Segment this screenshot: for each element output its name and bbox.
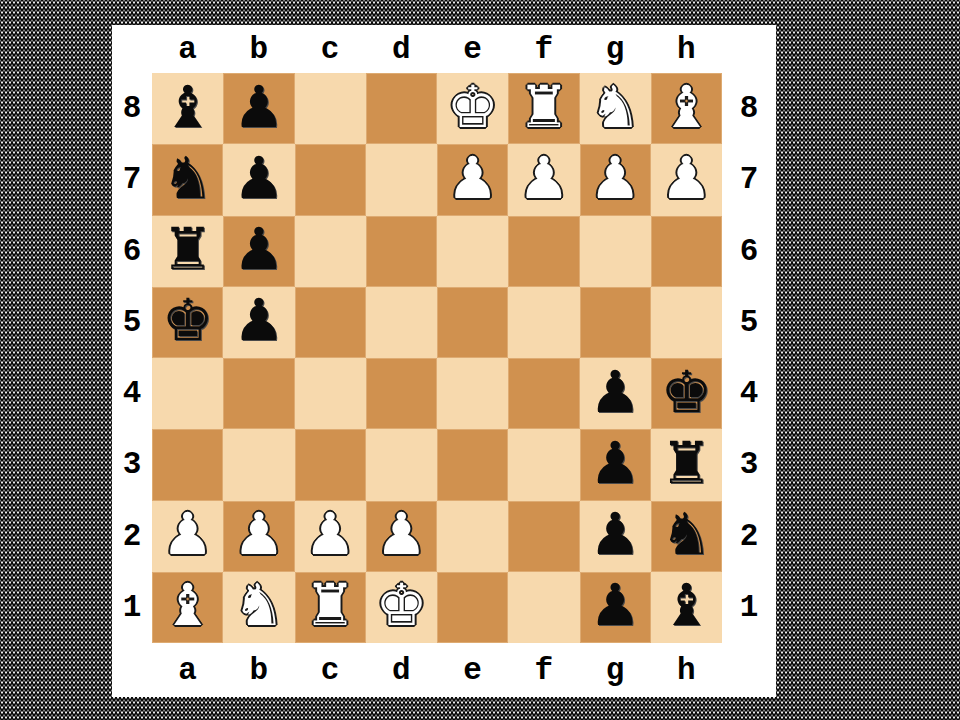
file-label-top-c: c [295,25,366,73]
white-rook[interactable]: ♜ [304,576,356,634]
square-h6[interactable] [651,216,722,287]
file-label-top-g: g [580,25,651,73]
file-label-bottom-a: a [152,643,223,697]
black-pawn[interactable]: ♟ [233,149,285,207]
square-d7[interactable] [366,144,437,215]
square-d4[interactable] [366,358,437,429]
file-label-bottom-f: f [508,643,579,697]
white-pawn[interactable]: ♟ [375,505,427,563]
square-a1[interactable]: ♝ [152,572,223,643]
square-a8[interactable]: ♝ [152,73,223,144]
rank-label-left-6: 6 [112,216,152,287]
square-h2[interactable]: ♞ [651,501,722,572]
white-king[interactable]: ♚ [375,576,427,634]
square-b3[interactable] [223,429,294,500]
rank-label-left-1: 1 [112,572,152,643]
white-knight[interactable]: ♞ [589,78,641,136]
square-a4[interactable] [152,358,223,429]
square-b5[interactable]: ♟ [223,287,294,358]
black-rook[interactable]: ♜ [660,434,712,492]
square-a7[interactable]: ♞ [152,144,223,215]
white-knight[interactable]: ♞ [233,576,285,634]
black-pawn[interactable]: ♟ [589,434,641,492]
square-e2[interactable] [437,501,508,572]
file-label-bottom-b: b [223,643,294,697]
file-label-bottom-d: d [366,643,437,697]
square-a5[interactable]: ♚ [152,287,223,358]
corner-bottom-right [722,643,776,697]
rank-label-left-2: 2 [112,501,152,572]
square-e3[interactable] [437,429,508,500]
square-h1[interactable]: ♝ [651,572,722,643]
square-c2[interactable]: ♟ [295,501,366,572]
white-pawn[interactable]: ♟ [518,149,570,207]
square-f7[interactable]: ♟ [508,144,579,215]
rank-label-left-4: 4 [112,358,152,429]
rank-label-right-7: 7 [722,144,776,215]
file-label-top-h: h [651,25,722,73]
square-d2[interactable]: ♟ [366,501,437,572]
square-f5[interactable] [508,287,579,358]
rank-label-left-5: 5 [112,287,152,358]
square-g6[interactable] [580,216,651,287]
square-b7[interactable]: ♟ [223,144,294,215]
square-g1[interactable]: ♟ [580,572,651,643]
white-pawn[interactable]: ♟ [589,149,641,207]
rank-label-left-3: 3 [112,429,152,500]
square-c5[interactable] [295,287,366,358]
square-f6[interactable] [508,216,579,287]
square-d8[interactable] [366,73,437,144]
rank-label-right-1: 1 [722,572,776,643]
square-e8[interactable]: ♚ [437,73,508,144]
corner-top-right [722,25,776,73]
white-pawn[interactable]: ♟ [447,149,499,207]
square-g7[interactable]: ♟ [580,144,651,215]
square-b8[interactable]: ♟ [223,73,294,144]
square-h5[interactable] [651,287,722,358]
square-f8[interactable]: ♜ [508,73,579,144]
black-king[interactable]: ♚ [660,363,712,421]
square-e4[interactable] [437,358,508,429]
rank-label-right-3: 3 [722,429,776,500]
square-d1[interactable]: ♚ [366,572,437,643]
rank-label-right-2: 2 [722,501,776,572]
white-pawn[interactable]: ♟ [162,505,214,563]
black-rook[interactable]: ♜ [162,220,214,278]
rank-label-right-6: 6 [722,216,776,287]
rank-label-right-8: 8 [722,73,776,144]
file-label-top-e: e [437,25,508,73]
square-d3[interactable] [366,429,437,500]
square-g3[interactable]: ♟ [580,429,651,500]
square-e7[interactable]: ♟ [437,144,508,215]
black-king[interactable]: ♚ [162,291,214,349]
white-rook[interactable]: ♜ [518,78,570,136]
rank-label-left-7: 7 [112,144,152,215]
corner-bottom-left [112,643,152,697]
square-a2[interactable]: ♟ [152,501,223,572]
black-pawn[interactable]: ♟ [589,505,641,563]
white-pawn[interactable]: ♟ [233,505,285,563]
black-knight[interactable]: ♞ [162,149,214,207]
rank-label-left-8: 8 [112,73,152,144]
white-king[interactable]: ♚ [447,78,499,136]
square-c6[interactable] [295,216,366,287]
black-knight[interactable]: ♞ [660,505,712,563]
square-g8[interactable]: ♞ [580,73,651,144]
square-c1[interactable]: ♜ [295,572,366,643]
square-b6[interactable]: ♟ [223,216,294,287]
square-b4[interactable] [223,358,294,429]
file-label-top-b: b [223,25,294,73]
file-label-bottom-e: e [437,643,508,697]
square-b1[interactable]: ♞ [223,572,294,643]
white-pawn[interactable]: ♟ [304,505,356,563]
corner-top-left [112,25,152,73]
square-c8[interactable] [295,73,366,144]
white-pawn[interactable]: ♟ [660,149,712,207]
file-label-bottom-h: h [651,643,722,697]
file-label-top-f: f [508,25,579,73]
black-pawn[interactable]: ♟ [233,291,285,349]
square-a3[interactable] [152,429,223,500]
square-f3[interactable] [508,429,579,500]
square-g2[interactable]: ♟ [580,501,651,572]
board-panel: abcdefgh8♝♟♚♜♞♝87♞♟♟♟♟♟76♜♟65♚♟54♟♚43♟♜3… [112,25,776,697]
square-d6[interactable] [366,216,437,287]
square-b2[interactable]: ♟ [223,501,294,572]
file-label-bottom-g: g [580,643,651,697]
black-pawn[interactable]: ♟ [233,220,285,278]
white-bishop[interactable]: ♝ [162,576,214,634]
square-d5[interactable] [366,287,437,358]
square-h8[interactable]: ♝ [651,73,722,144]
black-pawn[interactable]: ♟ [589,576,641,634]
square-h7[interactable]: ♟ [651,144,722,215]
square-a6[interactable]: ♜ [152,216,223,287]
black-bishop[interactable]: ♝ [162,78,214,136]
file-label-bottom-c: c [295,643,366,697]
file-label-top-a: a [152,25,223,73]
square-h4[interactable]: ♚ [651,358,722,429]
square-f4[interactable] [508,358,579,429]
file-label-top-d: d [366,25,437,73]
black-bishop[interactable]: ♝ [660,576,712,634]
square-h3[interactable]: ♜ [651,429,722,500]
square-c4[interactable] [295,358,366,429]
chess-board: abcdefgh8♝♟♚♜♞♝87♞♟♟♟♟♟76♜♟65♚♟54♟♚43♟♜3… [112,25,776,697]
square-e1[interactable] [437,572,508,643]
black-pawn[interactable]: ♟ [233,78,285,136]
rank-label-right-5: 5 [722,287,776,358]
square-c3[interactable] [295,429,366,500]
square-g5[interactable] [580,287,651,358]
square-e5[interactable] [437,287,508,358]
square-f1[interactable] [508,572,579,643]
black-pawn[interactable]: ♟ [589,363,641,421]
square-f2[interactable] [508,501,579,572]
square-e6[interactable] [437,216,508,287]
square-g4[interactable]: ♟ [580,358,651,429]
white-bishop[interactable]: ♝ [660,78,712,136]
rank-label-right-4: 4 [722,358,776,429]
square-c7[interactable] [295,144,366,215]
